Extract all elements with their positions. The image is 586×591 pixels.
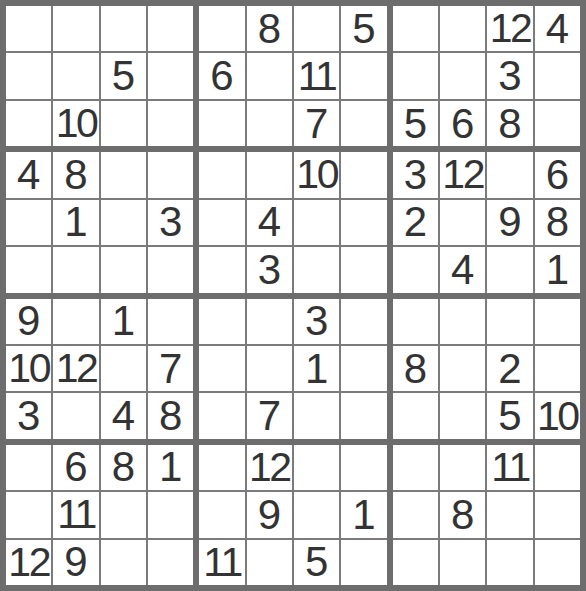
cell-r5c10-empty[interactable]	[440, 200, 485, 245]
cell-r5c2-given: 1	[53, 200, 98, 245]
cell-r10c6-given: 12	[247, 445, 292, 490]
cell-r7c12-empty[interactable]	[535, 299, 580, 344]
cell-r8c5-empty[interactable]	[199, 346, 244, 391]
box-r0c1: 856117	[199, 6, 386, 146]
cell-r11c7-empty[interactable]	[294, 492, 339, 537]
cell-r7c1-given: 9	[6, 299, 51, 344]
box-r3c0: 68111129	[6, 445, 193, 585]
cell-r10c10-empty[interactable]	[440, 445, 485, 490]
cell-r6c12-given: 1	[535, 247, 580, 292]
box-r3c2: 118	[393, 445, 580, 585]
cell-r4c3-empty[interactable]	[101, 152, 146, 197]
cell-r2c9-empty[interactable]	[393, 53, 438, 98]
cell-r6c9-empty[interactable]	[393, 247, 438, 292]
cell-r9c12-given: 10	[535, 393, 580, 438]
cell-r3c9-given: 5	[393, 101, 438, 146]
cell-r2c10-empty[interactable]	[440, 53, 485, 98]
cell-r2c11-given: 3	[487, 53, 532, 98]
cell-r6c7-empty[interactable]	[294, 247, 339, 292]
cell-r10c7-empty[interactable]	[294, 445, 339, 490]
cell-r1c8-given: 5	[341, 6, 386, 51]
cell-r5c6-given: 4	[247, 200, 292, 245]
cell-r4c2-given: 8	[53, 152, 98, 197]
box-r0c0: 510	[6, 6, 193, 146]
cell-r7c8-empty[interactable]	[341, 299, 386, 344]
cell-r7c7-given: 3	[294, 299, 339, 344]
cell-r11c1-empty[interactable]	[6, 492, 51, 537]
cell-r11c3-empty[interactable]	[101, 492, 146, 537]
cell-r11c6-given: 9	[247, 492, 292, 537]
cell-r8c2-given: 12	[53, 346, 98, 391]
cell-r3c6-empty[interactable]	[247, 101, 292, 146]
cell-r3c2-given: 10	[53, 101, 98, 146]
cell-r8c3-empty[interactable]	[101, 346, 146, 391]
box-r3c1: 1291115	[199, 445, 386, 585]
cell-r4c10-given: 12	[440, 152, 485, 197]
cell-r6c1-empty[interactable]	[6, 247, 51, 292]
cell-r9c3-given: 4	[101, 393, 146, 438]
cell-r3c8-empty[interactable]	[341, 101, 386, 146]
box-r0c2: 1243568	[393, 6, 580, 146]
cell-r6c10-given: 4	[440, 247, 485, 292]
cell-r7c5-empty[interactable]	[199, 299, 244, 344]
cell-r1c12-given: 4	[535, 6, 580, 51]
cell-r10c3-given: 8	[101, 445, 146, 490]
cell-r10c2-given: 6	[53, 445, 98, 490]
cell-r10c11-given: 11	[487, 445, 532, 490]
cell-r6c4-empty[interactable]	[148, 247, 193, 292]
box-r2c1: 317	[199, 299, 386, 439]
cell-r5c7-empty[interactable]	[294, 200, 339, 245]
cell-r10c1-empty[interactable]	[6, 445, 51, 490]
cell-r9c11-given: 5	[487, 393, 532, 438]
cell-r12c12-empty[interactable]	[535, 540, 580, 585]
cell-r2c6-empty[interactable]	[247, 53, 292, 98]
cell-r2c5-given: 6	[199, 53, 244, 98]
cell-r5c8-empty[interactable]	[341, 200, 386, 245]
cell-r2c3-given: 5	[101, 53, 146, 98]
cell-r3c4-empty[interactable]	[148, 101, 193, 146]
cell-r8c4-given: 7	[148, 346, 193, 391]
cell-r4c12-given: 6	[535, 152, 580, 197]
cell-r7c4-empty[interactable]	[148, 299, 193, 344]
cell-r4c9-given: 3	[393, 152, 438, 197]
cell-r1c3-empty[interactable]	[101, 6, 146, 51]
cell-r2c2-empty[interactable]	[53, 53, 98, 98]
cell-r8c10-empty[interactable]	[440, 346, 485, 391]
cell-r5c4-given: 3	[148, 200, 193, 245]
cell-r11c8-given: 1	[341, 492, 386, 537]
cell-r11c4-empty[interactable]	[148, 492, 193, 537]
box-r1c1: 1043	[199, 152, 386, 292]
cell-r8c1-given: 10	[6, 346, 51, 391]
cell-r10c9-empty[interactable]	[393, 445, 438, 490]
cell-r7c6-empty[interactable]	[247, 299, 292, 344]
cell-r12c1-given: 12	[6, 540, 51, 585]
cell-r8c11-given: 2	[487, 346, 532, 391]
cell-r4c11-empty[interactable]	[487, 152, 532, 197]
cell-r12c4-empty[interactable]	[148, 540, 193, 585]
cell-r12c3-empty[interactable]	[101, 540, 146, 585]
cell-r8c6-empty[interactable]	[247, 346, 292, 391]
cell-r4c1-given: 4	[6, 152, 51, 197]
cell-r10c8-empty[interactable]	[341, 445, 386, 490]
cell-r10c12-empty[interactable]	[535, 445, 580, 490]
cell-r5c9-given: 2	[393, 200, 438, 245]
cell-r8c7-given: 1	[294, 346, 339, 391]
cell-r3c3-empty[interactable]	[101, 101, 146, 146]
cell-r3c10-given: 6	[440, 101, 485, 146]
cell-r3c1-empty[interactable]	[6, 101, 51, 146]
cell-r9c2-empty[interactable]	[53, 393, 98, 438]
cell-r1c5-empty[interactable]	[199, 6, 244, 51]
cell-r5c11-given: 9	[487, 200, 532, 245]
cell-r1c1-empty[interactable]	[6, 6, 51, 51]
cell-r12c9-empty[interactable]	[393, 540, 438, 585]
cell-r11c11-empty[interactable]	[487, 492, 532, 537]
cell-r9c8-empty[interactable]	[341, 393, 386, 438]
cell-r11c5-empty[interactable]	[199, 492, 244, 537]
cell-r12c6-empty[interactable]	[247, 540, 292, 585]
cell-r11c10-given: 8	[440, 492, 485, 537]
cell-r6c3-empty[interactable]	[101, 247, 146, 292]
cell-r6c8-empty[interactable]	[341, 247, 386, 292]
cell-r7c9-empty[interactable]	[393, 299, 438, 344]
cell-r4c5-empty[interactable]	[199, 152, 244, 197]
cell-r12c11-empty[interactable]	[487, 540, 532, 585]
sudoku-board: 5108561171243568481310433126298419110127…	[0, 0, 586, 591]
cell-r9c10-empty[interactable]	[440, 393, 485, 438]
cell-r11c12-empty[interactable]	[535, 492, 580, 537]
box-r2c0: 9110127348	[6, 299, 193, 439]
cell-r9c7-empty[interactable]	[294, 393, 339, 438]
cell-r12c7-given: 5	[294, 540, 339, 585]
cell-r4c7-given: 10	[294, 152, 339, 197]
cell-r6c2-empty[interactable]	[53, 247, 98, 292]
box-r1c0: 4813	[6, 152, 193, 292]
cell-r1c4-empty[interactable]	[148, 6, 193, 51]
cell-r10c4-given: 1	[148, 445, 193, 490]
cell-r5c5-empty[interactable]	[199, 200, 244, 245]
cell-r11c2-given: 11	[53, 492, 98, 537]
cell-r1c11-given: 12	[487, 6, 532, 51]
cell-r8c8-empty[interactable]	[341, 346, 386, 391]
cell-r12c8-empty[interactable]	[341, 540, 386, 585]
cell-r1c7-empty[interactable]	[294, 6, 339, 51]
cell-r2c8-empty[interactable]	[341, 53, 386, 98]
cell-r9c5-empty[interactable]	[199, 393, 244, 438]
cell-r8c9-given: 8	[393, 346, 438, 391]
cell-r9c6-given: 7	[247, 393, 292, 438]
cell-r7c3-given: 1	[101, 299, 146, 344]
cell-r5c1-empty[interactable]	[6, 200, 51, 245]
cell-r7c10-empty[interactable]	[440, 299, 485, 344]
cell-r6c5-empty[interactable]	[199, 247, 244, 292]
cell-r9c1-given: 3	[6, 393, 51, 438]
cell-r5c12-given: 8	[535, 200, 580, 245]
cell-r11c9-empty[interactable]	[393, 492, 438, 537]
cell-r12c2-given: 9	[53, 540, 98, 585]
cell-r2c1-empty[interactable]	[6, 53, 51, 98]
cell-r5c3-empty[interactable]	[101, 200, 146, 245]
cell-r2c12-empty[interactable]	[535, 53, 580, 98]
cell-r3c5-empty[interactable]	[199, 101, 244, 146]
cell-r1c9-empty[interactable]	[393, 6, 438, 51]
cell-r3c11-given: 8	[487, 101, 532, 146]
cell-r12c10-empty[interactable]	[440, 540, 485, 585]
cell-r7c2-empty[interactable]	[53, 299, 98, 344]
cell-r4c4-empty[interactable]	[148, 152, 193, 197]
box-r2c2: 82510	[393, 299, 580, 439]
box-r1c2: 312629841	[393, 152, 580, 292]
cell-r3c12-empty[interactable]	[535, 101, 580, 146]
cell-r1c6-given: 8	[247, 6, 292, 51]
cell-r2c4-empty[interactable]	[148, 53, 193, 98]
cell-r4c8-empty[interactable]	[341, 152, 386, 197]
cell-r10c5-empty[interactable]	[199, 445, 244, 490]
cell-r4c6-empty[interactable]	[247, 152, 292, 197]
cell-r2c7-given: 11	[294, 53, 339, 98]
cell-r1c2-empty[interactable]	[53, 6, 98, 51]
cell-r6c6-given: 3	[247, 247, 292, 292]
cell-r1c10-empty[interactable]	[440, 6, 485, 51]
cell-r6c11-empty[interactable]	[487, 247, 532, 292]
cell-r3c7-given: 7	[294, 101, 339, 146]
cell-r9c9-empty[interactable]	[393, 393, 438, 438]
cell-r7c11-empty[interactable]	[487, 299, 532, 344]
cell-r12c5-given: 11	[199, 540, 244, 585]
cell-r9c4-given: 8	[148, 393, 193, 438]
cell-r8c12-empty[interactable]	[535, 346, 580, 391]
